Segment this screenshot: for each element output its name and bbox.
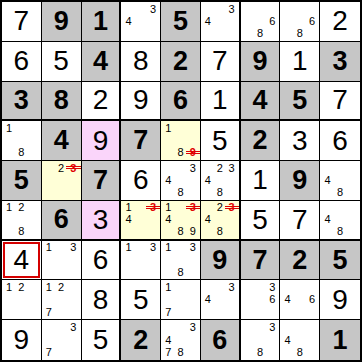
pencil-marks: 14893 <box>162 202 199 238</box>
cell-r4c5[interactable]: 189 <box>161 121 201 161</box>
cell-r7c8[interactable]: 2 <box>280 241 320 281</box>
candidate-digit: 6 <box>306 15 318 27</box>
cell-r1c7[interactable]: 68 <box>241 2 281 42</box>
given-digit: 2 <box>292 247 307 274</box>
cell-r9c5[interactable]: 3478 <box>161 320 201 360</box>
cell-r6c1[interactable]: 128 <box>2 201 42 241</box>
cell-r7c2[interactable]: 13 <box>42 241 82 281</box>
cell-r9c3[interactable]: 5 <box>82 320 122 360</box>
cell-r8c4[interactable]: 5 <box>121 280 161 320</box>
candidate-digit: 4 <box>122 15 134 27</box>
given-digit: 2 <box>173 48 188 75</box>
cell-r4c4[interactable]: 7 <box>121 121 161 161</box>
cell-r4c1[interactable]: 18 <box>2 121 42 161</box>
solved-digit: 4 <box>14 246 30 274</box>
given-digit: 5 <box>333 247 348 274</box>
candidate-digit: 8 <box>254 28 266 40</box>
candidate-digit: 4 <box>162 334 174 347</box>
candidate-digit: 4 <box>321 214 334 226</box>
cell-r2c8[interactable]: 1 <box>280 42 320 82</box>
cell-r6c8[interactable]: 7 <box>280 201 320 241</box>
candidate-digit: 1 <box>162 281 174 293</box>
cell-r5c5[interactable]: 348 <box>161 161 201 201</box>
cell-r1c3[interactable]: 1 <box>82 2 122 42</box>
solved-digit: 8 <box>93 286 109 314</box>
cell-r8c2[interactable]: 127 <box>42 280 82 320</box>
cell-r7c1[interactable]: 4 <box>2 241 42 281</box>
given-digit: 4 <box>93 48 108 75</box>
cell-r3c5[interactable]: 6 <box>161 82 201 122</box>
cell-r1c8[interactable]: 68 <box>280 2 320 42</box>
candidate-digit: 1 <box>162 242 174 254</box>
given-digit: 5 <box>292 87 307 114</box>
cell-r2c5[interactable]: 2 <box>161 42 201 82</box>
cell-r4c8[interactable]: 3 <box>280 121 320 161</box>
given-digit: 3 <box>333 48 348 75</box>
cell-r8c3[interactable]: 8 <box>82 280 122 320</box>
given-digit: 4 <box>54 127 69 154</box>
cell-r6c4[interactable]: 143 <box>121 201 161 241</box>
candidate-digit: 8 <box>214 226 226 238</box>
pencil-marks: 34 <box>202 281 238 318</box>
cell-r3c1[interactable]: 3 <box>2 82 42 122</box>
cell-r4c9[interactable]: 6 <box>320 121 360 161</box>
pencil-marks: 46 <box>281 281 318 318</box>
given-digit: 5 <box>173 8 188 35</box>
candidate-digit: 8 <box>334 226 347 238</box>
candidate-digit: 1 <box>43 281 55 293</box>
solved-digit: 5 <box>212 127 228 155</box>
cell-r7c9[interactable]: 5 <box>320 241 360 281</box>
candidate-digit: 2 <box>55 281 67 293</box>
cell-r5c1[interactable]: 5 <box>2 161 42 201</box>
candidate-digit: 4 <box>202 294 214 306</box>
candidate-digit: 7 <box>162 346 174 359</box>
solved-digit: 7 <box>212 47 228 75</box>
pencil-marks: 128 <box>3 202 40 238</box>
cell-r6c3[interactable]: 3 <box>82 201 122 241</box>
cell-r5c2[interactable]: 23 <box>42 161 82 201</box>
solved-digit: 7 <box>14 7 30 35</box>
solved-digit: 1 <box>292 47 308 75</box>
solved-digit: 7 <box>292 206 308 234</box>
pencil-marks: 13 <box>122 242 159 279</box>
cell-r6c5[interactable]: 14893 <box>161 201 201 241</box>
eliminated-candidate-digit: 3 <box>187 202 199 214</box>
cell-r6c6[interactable]: 2483 <box>201 201 241 241</box>
candidate-digit: 8 <box>174 346 186 359</box>
solved-digit: 6 <box>14 47 30 75</box>
solved-digit: 7 <box>332 86 348 114</box>
given-digit: 7 <box>133 127 148 154</box>
candidate-digit: 8 <box>214 187 226 199</box>
cell-r1c1[interactable]: 7 <box>2 2 42 42</box>
pencil-marks: 68 <box>242 3 279 40</box>
candidate-digit: 7 <box>43 306 55 318</box>
cell-r8c7[interactable]: 36 <box>241 280 281 320</box>
pencil-marks: 348 <box>162 162 199 199</box>
candidate-digit: 6 <box>306 294 318 306</box>
cell-r2c7[interactable]: 9 <box>241 42 281 82</box>
given-digit: 1 <box>93 8 108 35</box>
given-digit: 9 <box>212 247 227 274</box>
solved-digit: 5 <box>252 206 268 234</box>
cell-r1c5[interactable]: 5 <box>161 2 201 42</box>
cell-r7c4[interactable]: 13 <box>121 241 161 281</box>
pencil-marks: 23 <box>43 162 80 199</box>
cell-r6c7[interactable]: 5 <box>241 201 281 241</box>
cell-r9c7[interactable]: 38 <box>241 320 281 360</box>
pencil-marks: 127 <box>43 281 80 318</box>
solved-digit: 9 <box>133 86 149 114</box>
cell-r7c3[interactable]: 6 <box>82 241 122 281</box>
candidate-digit: 4 <box>281 294 293 306</box>
pencil-marks: 189 <box>162 122 199 159</box>
pencil-marks: 68 <box>281 3 318 40</box>
candidate-digit: 8 <box>15 226 27 238</box>
pencil-marks: 13 <box>43 242 80 279</box>
cell-r4c3[interactable]: 9 <box>82 121 122 161</box>
pencil-marks: 2483 <box>202 202 238 238</box>
cell-r4c6[interactable]: 5 <box>201 121 241 161</box>
candidate-digit: 8 <box>254 346 266 359</box>
candidate-digit: 4 <box>321 174 334 186</box>
candidate-digit: 3 <box>187 162 199 174</box>
given-digit: 9 <box>253 48 268 75</box>
cell-r5c3[interactable]: 7 <box>82 161 122 201</box>
candidate-digit: 2 <box>214 162 226 174</box>
candidate-digit: 7 <box>162 306 174 318</box>
candidate-digit: 3 <box>187 321 199 334</box>
cell-r6c9[interactable]: 48 <box>320 201 360 241</box>
cell-r9c9[interactable]: 1 <box>320 320 360 360</box>
solved-digit: 3 <box>292 127 308 155</box>
pencil-marks: 34 <box>122 3 159 40</box>
candidate-digit: 3 <box>67 321 79 334</box>
cell-r8c8[interactable]: 46 <box>280 280 320 320</box>
cell-r9c2[interactable]: 37 <box>42 320 82 360</box>
solved-digit: 3 <box>93 206 109 234</box>
cell-r9c6[interactable]: 6 <box>201 320 241 360</box>
candidate-digit: 4 <box>202 174 214 186</box>
pencil-marks: 3478 <box>162 321 199 359</box>
candidate-digit: 4 <box>281 334 293 347</box>
candidate-digit: 2 <box>15 281 27 293</box>
pencil-marks: 37 <box>43 321 80 359</box>
given-digit: 6 <box>173 87 188 114</box>
candidate-digit: 8 <box>174 266 186 278</box>
given-digit: 6 <box>212 327 227 354</box>
candidate-digit: 1 <box>3 281 15 293</box>
candidate-digit: 3 <box>147 3 159 15</box>
candidate-digit: 3 <box>67 242 79 254</box>
candidate-digit: 1 <box>122 202 134 214</box>
cell-r2c4[interactable]: 8 <box>121 42 161 82</box>
eliminated-candidate-digit: 3 <box>226 202 238 214</box>
cell-r5c4[interactable]: 6 <box>121 161 161 201</box>
candidate-digit: 4 <box>202 15 214 27</box>
candidate-digit: 6 <box>266 15 278 27</box>
pencil-marks: 48 <box>281 321 318 359</box>
cell-r9c8[interactable]: 48 <box>280 320 320 360</box>
candidate-digit: 3 <box>266 321 278 334</box>
given-digit: 2 <box>253 127 268 154</box>
cell-r1c9[interactable]: 2 <box>320 2 360 42</box>
cell-r7c7[interactable]: 7 <box>241 241 281 281</box>
sudoku-board: 7913453468682654827913382961457184971895… <box>0 0 362 362</box>
cell-r5c6[interactable]: 2348 <box>201 161 241 201</box>
cell-r3c9[interactable]: 7 <box>320 82 360 122</box>
solved-digit: 9 <box>332 286 348 314</box>
solved-digit: 6 <box>133 166 149 194</box>
candidate-digit: 1 <box>162 122 174 134</box>
cell-r5c8[interactable]: 9 <box>280 161 320 201</box>
candidate-digit: 2 <box>15 202 27 214</box>
cell-r2c2[interactable]: 5 <box>42 42 82 82</box>
cell-r1c2[interactable]: 9 <box>42 2 82 42</box>
cell-r3c3[interactable]: 2 <box>82 82 122 122</box>
cell-r3c6[interactable]: 1 <box>201 82 241 122</box>
cell-r8c6[interactable]: 34 <box>201 280 241 320</box>
pencil-marks: 2348 <box>202 162 238 199</box>
candidate-digit: 3 <box>226 162 238 174</box>
candidate-digit: 8 <box>15 147 27 159</box>
cell-r1c6[interactable]: 34 <box>201 2 241 42</box>
given-digit: 3 <box>14 87 29 114</box>
eliminated-candidate-digit: 9 <box>187 147 199 159</box>
solved-digit: 5 <box>93 326 109 354</box>
candidate-digit: 8 <box>294 346 306 359</box>
candidate-digit: 8 <box>294 28 306 40</box>
pencil-marks: 36 <box>242 281 279 318</box>
cell-r2c9[interactable]: 3 <box>320 42 360 82</box>
given-digit: 4 <box>253 87 268 114</box>
pencil-marks: 143 <box>122 202 159 238</box>
candidate-digit: 1 <box>3 122 15 134</box>
pencil-marks: 48 <box>321 202 359 238</box>
solved-digit: 8 <box>133 47 149 75</box>
candidate-digit: 3 <box>226 3 238 15</box>
cell-r3c7[interactable]: 4 <box>241 82 281 122</box>
candidate-digit: 9 <box>187 226 199 238</box>
solved-digit: 9 <box>93 127 109 155</box>
given-digit: 5 <box>14 167 29 194</box>
cell-r8c5[interactable]: 17 <box>161 280 201 320</box>
cell-r2c3[interactable]: 4 <box>82 42 122 82</box>
candidate-digit: 7 <box>43 346 55 359</box>
candidate-digit: 8 <box>174 226 186 238</box>
solved-digit: 9 <box>14 326 30 354</box>
pencil-marks: 12 <box>3 281 40 318</box>
pencil-marks: 38 <box>242 321 279 359</box>
pencil-marks: 34 <box>202 3 238 40</box>
candidate-digit: 1 <box>43 242 55 254</box>
candidate-digit: 4 <box>122 214 134 226</box>
candidate-digit: 3 <box>147 242 159 254</box>
cell-r8c1[interactable]: 12 <box>2 280 42 320</box>
pencil-marks: 17 <box>162 281 199 318</box>
solved-digit: 5 <box>133 286 149 314</box>
candidate-digit: 8 <box>334 187 347 199</box>
cell-r9c4[interactable]: 2 <box>121 320 161 360</box>
solved-digit: 1 <box>212 86 228 114</box>
cell-r7c6[interactable]: 9 <box>201 241 241 281</box>
cell-r1c4[interactable]: 34 <box>121 2 161 42</box>
cell-r6c2[interactable]: 6 <box>42 201 82 241</box>
candidate-digit: 4 <box>162 174 174 186</box>
cell-r9c1[interactable]: 9 <box>2 320 42 360</box>
solved-digit: 6 <box>332 127 348 155</box>
candidate-digit: 1 <box>3 202 15 214</box>
cell-r7c5[interactable]: 138 <box>161 241 201 281</box>
cell-r4c2[interactable]: 4 <box>42 121 82 161</box>
pencil-marks: 138 <box>162 242 199 279</box>
given-digit: 6 <box>54 206 69 233</box>
given-digit: 1 <box>333 327 348 354</box>
candidate-digit: 1 <box>122 242 134 254</box>
solved-digit: 6 <box>93 246 109 274</box>
given-digit: 7 <box>253 247 268 274</box>
candidate-digit: 3 <box>226 281 238 293</box>
given-digit: 9 <box>292 167 307 194</box>
solved-digit: 2 <box>332 7 348 35</box>
pencil-marks: 18 <box>3 122 40 159</box>
given-digit: 2 <box>133 327 148 354</box>
cell-r5c7[interactable]: 1 <box>241 161 281 201</box>
candidate-digit: 1 <box>162 202 174 214</box>
cell-r5c9[interactable]: 48 <box>320 161 360 201</box>
pencil-marks: 48 <box>321 162 359 199</box>
cell-r2c6[interactable]: 7 <box>201 42 241 82</box>
cell-r4c7[interactable]: 2 <box>241 121 281 161</box>
eliminated-candidate-digit: 3 <box>147 202 159 214</box>
given-digit: 9 <box>54 8 69 35</box>
cell-r3c8[interactable]: 5 <box>280 82 320 122</box>
solved-digit: 1 <box>252 166 268 194</box>
candidate-digit: 8 <box>174 187 186 199</box>
cell-r8c9[interactable]: 9 <box>320 280 360 320</box>
solved-digit: 2 <box>93 86 109 114</box>
given-digit: 8 <box>54 87 69 114</box>
candidate-digit: 4 <box>162 214 174 226</box>
cell-r3c4[interactable]: 9 <box>121 82 161 122</box>
eliminated-candidate-digit: 3 <box>67 162 79 174</box>
candidate-digit: 3 <box>187 242 199 254</box>
solved-digit: 5 <box>53 47 69 75</box>
cell-r3c2[interactable]: 8 <box>42 82 82 122</box>
given-digit: 7 <box>93 167 108 194</box>
candidate-digit: 3 <box>266 281 278 293</box>
cell-r2c1[interactable]: 6 <box>2 42 42 82</box>
candidate-digit: 4 <box>202 214 214 226</box>
candidate-digit: 6 <box>266 294 278 306</box>
